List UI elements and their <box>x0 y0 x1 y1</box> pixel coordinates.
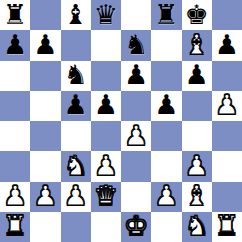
square-a4[interactable] <box>0 121 30 151</box>
square-e3[interactable] <box>121 151 151 181</box>
square-d2[interactable]: ♛ <box>91 182 121 212</box>
square-c8[interactable]: ♝ <box>61 0 91 30</box>
white-king-piece: ♚ <box>124 212 148 239</box>
square-b1[interactable] <box>30 212 60 242</box>
square-d6[interactable] <box>91 61 121 91</box>
white-rook-piece: ♜ <box>3 212 27 239</box>
black-pawn-piece: ♟ <box>64 91 88 118</box>
black-pawn-piece: ♟ <box>3 31 27 58</box>
square-b3[interactable] <box>30 151 60 181</box>
square-g5[interactable] <box>182 91 212 121</box>
square-h8[interactable] <box>212 0 242 30</box>
square-c3[interactable]: ♞ <box>61 151 91 181</box>
square-c4[interactable] <box>61 121 91 151</box>
square-h2[interactable] <box>212 182 242 212</box>
white-bishop-piece: ♝ <box>185 182 209 209</box>
square-c5[interactable]: ♟ <box>61 91 91 121</box>
square-f2[interactable]: ♟ <box>151 182 181 212</box>
square-d7[interactable] <box>91 30 121 60</box>
square-e2[interactable] <box>121 182 151 212</box>
square-a6[interactable] <box>0 61 30 91</box>
square-f5[interactable]: ♟ <box>151 91 181 121</box>
white-pawn-piece: ♟ <box>33 182 57 209</box>
square-d4[interactable] <box>91 121 121 151</box>
square-d5[interactable]: ♟ <box>91 91 121 121</box>
square-b8[interactable] <box>30 0 60 30</box>
white-pawn-piece: ♟ <box>3 182 27 209</box>
white-knight-piece: ♞ <box>185 212 209 239</box>
square-e1[interactable]: ♚ <box>121 212 151 242</box>
square-b6[interactable] <box>30 61 60 91</box>
square-f1[interactable] <box>151 212 181 242</box>
square-a5[interactable] <box>0 91 30 121</box>
white-pawn-piece: ♟ <box>154 182 178 209</box>
black-rook-piece: ♜ <box>154 1 178 28</box>
square-f7[interactable] <box>151 30 181 60</box>
square-b7[interactable]: ♟ <box>30 30 60 60</box>
square-e7[interactable]: ♞ <box>121 30 151 60</box>
square-f8[interactable]: ♜ <box>151 0 181 30</box>
square-c1[interactable] <box>61 212 91 242</box>
white-pawn-piece: ♟ <box>124 122 148 149</box>
square-b5[interactable] <box>30 91 60 121</box>
square-a7[interactable]: ♟ <box>0 30 30 60</box>
black-queen-piece: ♛ <box>94 1 118 28</box>
white-queen-piece: ♛ <box>94 182 118 209</box>
square-g6[interactable]: ♟ <box>182 61 212 91</box>
square-g2[interactable]: ♝ <box>182 182 212 212</box>
white-knight-piece: ♞ <box>64 152 88 179</box>
square-g7[interactable]: ♝ <box>182 30 212 60</box>
black-knight-piece: ♞ <box>124 31 148 58</box>
square-a1[interactable]: ♜ <box>0 212 30 242</box>
square-e8[interactable] <box>121 0 151 30</box>
square-d1[interactable] <box>91 212 121 242</box>
square-f3[interactable] <box>151 151 181 181</box>
black-bishop-piece: ♝ <box>64 1 88 28</box>
black-pawn-piece: ♟ <box>185 61 209 88</box>
square-e6[interactable]: ♟ <box>121 61 151 91</box>
square-f4[interactable] <box>151 121 181 151</box>
square-h1[interactable]: ♜ <box>212 212 242 242</box>
black-knight-piece: ♞ <box>64 61 88 88</box>
square-b4[interactable] <box>30 121 60 151</box>
square-h4[interactable] <box>212 121 242 151</box>
square-f6[interactable] <box>151 61 181 91</box>
square-d3[interactable]: ♟ <box>91 151 121 181</box>
white-bishop-piece: ♝ <box>185 31 209 58</box>
square-a3[interactable] <box>0 151 30 181</box>
square-e5[interactable] <box>121 91 151 121</box>
square-g1[interactable]: ♞ <box>182 212 212 242</box>
square-a8[interactable]: ♜ <box>0 0 30 30</box>
square-g3[interactable]: ♟ <box>182 151 212 181</box>
square-g8[interactable]: ♚ <box>182 0 212 30</box>
square-h3[interactable] <box>212 151 242 181</box>
white-pawn-piece: ♟ <box>185 152 209 179</box>
white-pawn-piece: ♟ <box>215 91 239 118</box>
black-rook-piece: ♜ <box>3 1 27 28</box>
square-c7[interactable] <box>61 30 91 60</box>
white-pawn-piece: ♟ <box>94 152 118 179</box>
black-pawn-piece: ♟ <box>33 31 57 58</box>
square-b2[interactable]: ♟ <box>30 182 60 212</box>
black-pawn-piece: ♟ <box>94 91 118 118</box>
square-g4[interactable] <box>182 121 212 151</box>
square-d8[interactable]: ♛ <box>91 0 121 30</box>
square-c6[interactable]: ♞ <box>61 61 91 91</box>
square-a2[interactable]: ♟ <box>0 182 30 212</box>
square-h6[interactable] <box>212 61 242 91</box>
square-e4[interactable]: ♟ <box>121 121 151 151</box>
black-pawn-piece: ♟ <box>124 61 148 88</box>
black-pawn-piece: ♟ <box>215 31 239 58</box>
black-pawn-piece: ♟ <box>154 91 178 118</box>
square-h7[interactable]: ♟ <box>212 30 242 60</box>
square-c2[interactable]: ♟ <box>61 182 91 212</box>
square-h5[interactable]: ♟ <box>212 91 242 121</box>
black-king-piece: ♚ <box>185 1 209 28</box>
white-rook-piece: ♜ <box>215 212 239 239</box>
chess-board: ♜♝♛♜♚♟♟♞♝♟♞♟♟♟♟♟♟♟♞♟♟♟♟♟♛♟♝♜♚♞♜ <box>0 0 242 242</box>
white-pawn-piece: ♟ <box>64 182 88 209</box>
